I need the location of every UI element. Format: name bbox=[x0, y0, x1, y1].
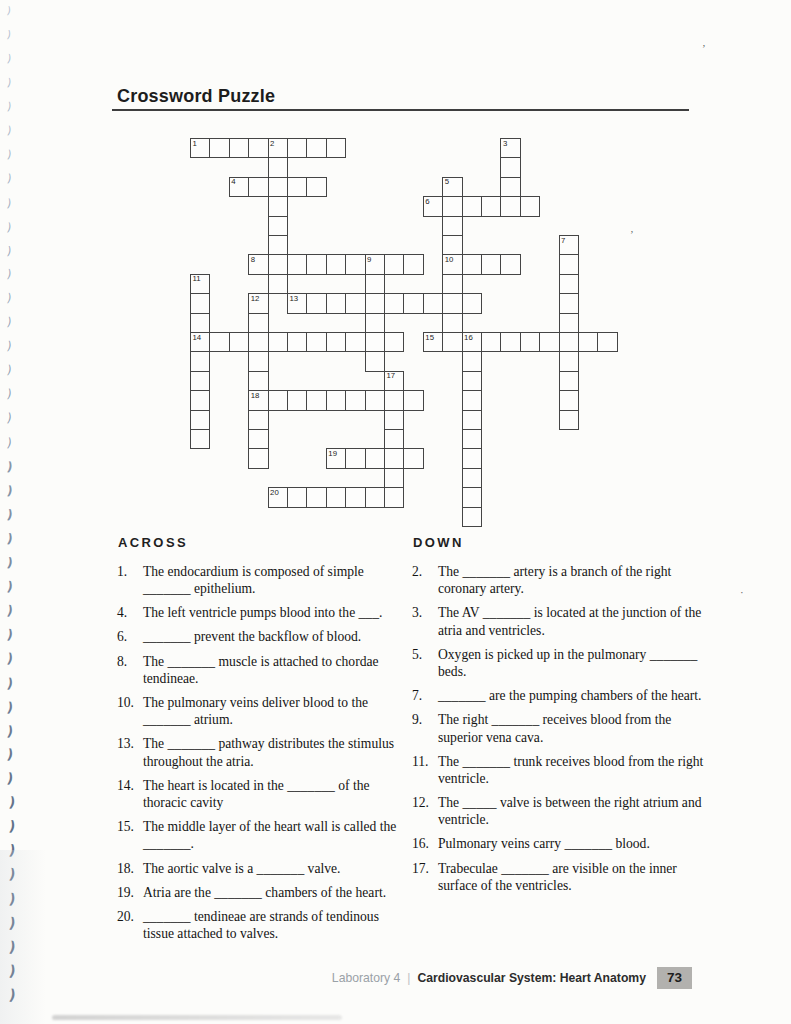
grid-cell-r5c4[interactable] bbox=[268, 235, 288, 255]
grid-cell-r3c15[interactable] bbox=[481, 196, 501, 216]
grid-cell-r9c3[interactable] bbox=[248, 313, 268, 333]
scan-speck: · bbox=[740, 586, 744, 598]
down-clue-3: 3.The AV _______ is located at the junct… bbox=[412, 604, 709, 639]
clue-number-10: 10 bbox=[445, 255, 454, 264]
grid-cell-r8c9[interactable] bbox=[365, 293, 385, 313]
binding-coil-mark: ) bbox=[6, 171, 12, 184]
grid-cell-r9c0[interactable] bbox=[190, 313, 210, 333]
clue-num-label: 18. bbox=[117, 860, 143, 877]
grid-cell-r9c19[interactable] bbox=[559, 313, 579, 333]
grid-cell-r10c12[interactable]: 15 bbox=[423, 332, 443, 352]
clue-number-11: 11 bbox=[193, 274, 201, 283]
grid-cell-r13c3[interactable]: 18 bbox=[248, 390, 268, 410]
grid-cell-r1c4[interactable] bbox=[268, 157, 288, 177]
grid-cell-r18c14[interactable] bbox=[462, 487, 482, 507]
grid-cell-r13c7[interactable] bbox=[326, 390, 346, 410]
grid-cell-r0c4[interactable]: 2 bbox=[268, 138, 288, 158]
down-clue-16: 16.Pulmonary veins carry _______ blood. bbox=[412, 835, 709, 852]
grid-cell-r0c5[interactable] bbox=[287, 138, 307, 158]
grid-cell-r16c10[interactable] bbox=[384, 448, 404, 468]
grid-cell-r0c0[interactable]: 1 bbox=[190, 138, 210, 158]
binding-coil-mark: ) bbox=[6, 124, 12, 137]
clue-text: _______ are the pumping chambers of the … bbox=[438, 687, 709, 704]
grid-cell-r2c4[interactable] bbox=[268, 177, 288, 197]
across-clue-1: 1.The endocardium is composed of simple … bbox=[117, 563, 397, 598]
grid-cell-r6c7[interactable] bbox=[326, 254, 346, 274]
binding-coil-mark: ) bbox=[6, 507, 14, 523]
clue-num-label: 3. bbox=[412, 604, 438, 639]
grid-cell-r10c1[interactable] bbox=[209, 332, 229, 352]
grid-cell-r2c13[interactable]: 5 bbox=[442, 177, 462, 197]
binding-coil-mark: ) bbox=[6, 267, 12, 281]
grid-cell-r5c19[interactable]: 7 bbox=[559, 235, 579, 255]
grid-cell-r6c19[interactable] bbox=[559, 254, 579, 274]
clue-num-label: 1. bbox=[117, 563, 143, 598]
grid-cell-r13c6[interactable] bbox=[306, 390, 326, 410]
clue-number-16: 16 bbox=[464, 333, 473, 342]
grid-cell-r12c19[interactable] bbox=[559, 371, 579, 391]
grid-cell-r16c7[interactable]: 19 bbox=[326, 448, 346, 468]
grid-cell-r10c9[interactable] bbox=[365, 332, 385, 352]
grid-cell-r6c9[interactable]: 9 bbox=[365, 254, 385, 274]
clue-num-label: 19. bbox=[117, 884, 143, 901]
clue-text: Oxygen is picked up in the pulmonary ___… bbox=[438, 646, 709, 681]
grid-cell-r3c17[interactable] bbox=[520, 196, 540, 216]
footer-lab-label: Laboratory 4 bbox=[332, 971, 400, 985]
grid-cell-r17c14[interactable] bbox=[462, 468, 482, 488]
grid-cell-r18c4[interactable]: 20 bbox=[268, 487, 288, 507]
grid-cell-r3c13[interactable] bbox=[442, 196, 462, 216]
grid-cell-r6c16[interactable] bbox=[500, 254, 520, 274]
grid-cell-r6c8[interactable] bbox=[345, 254, 365, 274]
grid-cell-r7c4[interactable] bbox=[268, 274, 288, 294]
scanned-workbook-page: ))))))))))))))))))))))))))))))))))))))))… bbox=[0, 0, 791, 1024]
binding-coil-mark: ) bbox=[6, 722, 14, 739]
clue-text: The aortic valve is a _______ valve. bbox=[143, 860, 397, 877]
clue-text: The _______ trunk receives blood from th… bbox=[438, 753, 709, 788]
clue-text: The right _______ receives blood from th… bbox=[438, 711, 709, 746]
grid-cell-r2c3[interactable] bbox=[248, 177, 268, 197]
clue-num-label: 11. bbox=[412, 753, 438, 788]
grid-cell-r16c3[interactable] bbox=[248, 448, 268, 468]
binding-coil-mark: ) bbox=[6, 387, 13, 402]
grid-cell-r13c10[interactable] bbox=[384, 390, 404, 410]
clue-text: The middle layer of the heart wall is ca… bbox=[143, 818, 397, 853]
footer-chapter-title: Cardiovascular System: Heart Anatomy bbox=[417, 971, 646, 985]
binding-coil-mark: ) bbox=[6, 243, 12, 257]
grid-cell-r10c19[interactable] bbox=[559, 332, 579, 352]
grid-cell-r9c9[interactable] bbox=[365, 313, 385, 333]
grid-cell-r13c8[interactable] bbox=[345, 390, 365, 410]
clue-number-5: 5 bbox=[445, 177, 449, 186]
clue-number-6: 6 bbox=[425, 197, 429, 206]
binding-coil-mark: ) bbox=[6, 411, 13, 426]
grid-cell-r14c10[interactable] bbox=[384, 410, 404, 430]
grid-cell-r6c14[interactable] bbox=[462, 254, 482, 274]
grid-cell-r10c5[interactable] bbox=[287, 332, 307, 352]
grid-cell-r10c15[interactable] bbox=[481, 332, 501, 352]
binding-coil-mark: ) bbox=[6, 770, 14, 787]
grid-cell-r16c11[interactable] bbox=[403, 448, 423, 468]
grid-cell-r8c10[interactable] bbox=[384, 293, 404, 313]
grid-cell-r10c3[interactable] bbox=[248, 332, 268, 352]
grid-cell-r0c3[interactable] bbox=[248, 138, 268, 158]
across-clue-18: 18.The aortic valve is a _______ valve. bbox=[117, 860, 397, 877]
grid-cell-r5c13[interactable] bbox=[442, 235, 462, 255]
across-clue-20: 20._______ tendineae are strands of tend… bbox=[117, 908, 397, 943]
down-clue-5: 5.Oxygen is picked up in the pulmonary _… bbox=[412, 646, 709, 681]
binding-coil-mark: ) bbox=[6, 363, 12, 378]
clue-number-1: 1 bbox=[193, 139, 197, 148]
grid-cell-r3c12[interactable]: 6 bbox=[423, 196, 443, 216]
clue-text: The left ventricle pumps blood into the … bbox=[143, 604, 397, 621]
clue-number-17: 17 bbox=[387, 371, 396, 380]
binding-coil-mark: ) bbox=[6, 746, 14, 763]
grid-cell-r18c8[interactable] bbox=[345, 487, 365, 507]
grid-cell-r12c0[interactable] bbox=[190, 371, 210, 391]
grid-cell-r11c3[interactable] bbox=[248, 351, 268, 371]
clue-number-18: 18 bbox=[251, 391, 260, 400]
grid-cell-r2c2[interactable]: 4 bbox=[229, 177, 249, 197]
grid-cell-r18c9[interactable] bbox=[365, 487, 385, 507]
down-clue-12: 12.The _____ valve is between the right … bbox=[412, 794, 709, 829]
grid-cell-r15c14[interactable] bbox=[462, 429, 482, 449]
clue-number-19: 19 bbox=[328, 449, 337, 458]
down-clues-section: DOWN 2.The _______ artery is a branch of… bbox=[412, 535, 709, 901]
clue-num-label: 8. bbox=[117, 653, 143, 688]
clue-num-label: 12. bbox=[412, 794, 438, 829]
grid-cell-r6c13[interactable]: 10 bbox=[442, 254, 462, 274]
binding-coil-mark: ) bbox=[6, 698, 14, 715]
binding-coil-mark: ) bbox=[6, 219, 12, 233]
clue-text: The _______ pathway distributes the stim… bbox=[143, 735, 397, 770]
grid-cell-r8c8[interactable] bbox=[345, 293, 365, 313]
grid-cell-r10c7[interactable] bbox=[326, 332, 346, 352]
grid-cell-r3c16[interactable] bbox=[500, 196, 520, 216]
binding-coil-mark: ) bbox=[6, 4, 12, 16]
binding-coil-mark: ) bbox=[8, 794, 16, 811]
scan-smudge-bottom bbox=[52, 1015, 342, 1020]
grid-cell-r0c16[interactable]: 3 bbox=[500, 138, 520, 158]
clue-text: The _______ artery is a branch of the ri… bbox=[438, 563, 709, 598]
grid-cell-r15c3[interactable] bbox=[248, 429, 268, 449]
clue-num-label: 17. bbox=[412, 860, 438, 895]
grid-cell-r14c0[interactable] bbox=[190, 410, 210, 430]
down-clue-list: 2.The _______ artery is a branch of the … bbox=[412, 563, 709, 894]
grid-cell-r10c2[interactable] bbox=[229, 332, 249, 352]
across-clues-section: ACROSS 1.The endocardium is composed of … bbox=[117, 535, 397, 949]
binding-coil-mark: ) bbox=[6, 602, 14, 618]
grid-cell-r14c14[interactable] bbox=[462, 410, 482, 430]
down-heading: DOWN bbox=[413, 535, 709, 550]
binding-coil-mark: ) bbox=[6, 578, 14, 594]
binding-coil-mark: ) bbox=[6, 483, 14, 499]
grid-cell-r8c14[interactable] bbox=[462, 293, 482, 313]
grid-cell-r1c16[interactable] bbox=[500, 157, 520, 177]
clue-num-label: 6. bbox=[117, 628, 143, 645]
grid-cell-r8c0[interactable] bbox=[190, 293, 210, 313]
grid-cell-r2c5[interactable] bbox=[287, 177, 307, 197]
grid-cell-r8c6[interactable] bbox=[306, 293, 326, 313]
binding-coil-mark: ) bbox=[6, 531, 14, 547]
binding-coil-mark: ) bbox=[6, 28, 12, 40]
clue-num-label: 4. bbox=[117, 604, 143, 621]
grid-cell-r16c8[interactable] bbox=[345, 448, 365, 468]
down-clue-11: 11.The _______ trunk receives blood from… bbox=[412, 753, 709, 788]
grid-cell-r8c19[interactable] bbox=[559, 293, 579, 313]
clue-text: The _______ muscle is attached to chorda… bbox=[143, 653, 397, 688]
across-clue-8: 8.The _______ muscle is attached to chor… bbox=[117, 653, 397, 688]
grid-cell-r8c12[interactable] bbox=[423, 293, 443, 313]
grid-cell-r2c16[interactable] bbox=[500, 177, 520, 197]
clue-number-15: 15 bbox=[425, 333, 434, 342]
grid-cell-r15c10[interactable] bbox=[384, 429, 404, 449]
binding-coil-mark: ) bbox=[6, 147, 12, 160]
grid-cell-r10c14[interactable]: 16 bbox=[462, 332, 482, 352]
grid-cell-r13c9[interactable] bbox=[365, 390, 385, 410]
clue-num-label: 14. bbox=[117, 777, 143, 812]
grid-cell-r0c6[interactable] bbox=[306, 138, 326, 158]
clue-num-label: 10. bbox=[117, 694, 143, 729]
grid-cell-r13c14[interactable] bbox=[462, 390, 482, 410]
grid-cell-r19c14[interactable] bbox=[462, 507, 482, 527]
grid-cell-r2c6[interactable] bbox=[306, 177, 326, 197]
grid-cell-r10c17[interactable] bbox=[520, 332, 540, 352]
clue-number-13: 13 bbox=[290, 294, 299, 303]
grid-cell-r0c7[interactable] bbox=[326, 138, 346, 158]
clue-number-8: 8 bbox=[251, 255, 255, 264]
grid-cell-r7c13[interactable] bbox=[442, 274, 462, 294]
grid-cell-r14c19[interactable] bbox=[559, 410, 579, 430]
grid-cell-r10c8[interactable] bbox=[345, 332, 365, 352]
grid-cell-r6c4[interactable] bbox=[268, 254, 288, 274]
grid-cell-r8c13[interactable] bbox=[442, 293, 462, 313]
clue-text: The endocardium is composed of simple __… bbox=[143, 563, 397, 598]
binding-coil-mark: ) bbox=[6, 459, 14, 475]
clue-num-label: 5. bbox=[412, 646, 438, 681]
across-clue-15: 15.The middle layer of the heart wall is… bbox=[117, 818, 397, 853]
binding-coil-mark: ) bbox=[6, 76, 12, 89]
grid-cell-r0c2[interactable] bbox=[229, 138, 249, 158]
grid-cell-r3c14[interactable] bbox=[462, 196, 482, 216]
grid-cell-r0c1[interactable] bbox=[209, 138, 229, 158]
down-clue-2: 2.The _______ artery is a branch of the … bbox=[412, 563, 709, 598]
clue-text: The pulmonary veins deliver blood to the… bbox=[143, 694, 397, 729]
grid-cell-r13c11[interactable] bbox=[403, 390, 423, 410]
clue-text: The AV _______ is located at the junctio… bbox=[438, 604, 709, 639]
grid-cell-r7c9[interactable] bbox=[365, 274, 385, 294]
binding-coil-mark: ) bbox=[6, 195, 12, 209]
clue-num-label: 20. bbox=[117, 908, 143, 943]
clue-text: The heart is located in the _______ of t… bbox=[143, 777, 397, 812]
binding-coil-mark: ) bbox=[6, 291, 12, 305]
across-clue-6: 6._______ prevent the backflow of blood. bbox=[117, 628, 397, 645]
clue-number-20: 20 bbox=[270, 488, 279, 497]
scan-speck: ’ bbox=[630, 228, 634, 240]
grid-cell-r7c0[interactable]: 11 bbox=[190, 274, 210, 294]
clue-text: Trabeculae _______ are visible on the in… bbox=[438, 860, 709, 895]
clue-number-9: 9 bbox=[367, 255, 371, 264]
grid-cell-r7c19[interactable] bbox=[559, 274, 579, 294]
grid-cell-r4c4[interactable] bbox=[268, 216, 288, 236]
clue-num-label: 16. bbox=[412, 835, 438, 852]
clue-num-label: 2. bbox=[412, 563, 438, 598]
binding-coil-mark: ) bbox=[6, 626, 14, 642]
across-clue-14: 14.The heart is located in the _______ o… bbox=[117, 777, 397, 812]
grid-cell-r11c0[interactable] bbox=[190, 351, 210, 371]
grid-cell-r16c14[interactable] bbox=[462, 448, 482, 468]
page-title: Crossword Puzzle bbox=[117, 86, 275, 107]
grid-cell-r12c3[interactable] bbox=[248, 371, 268, 391]
grid-cell-r3c4[interactable] bbox=[268, 196, 288, 216]
page-number-badge: 73 bbox=[657, 967, 692, 989]
grid-cell-r12c14[interactable] bbox=[462, 371, 482, 391]
down-clue-9: 9.The right _______ receives blood from … bbox=[412, 711, 709, 746]
footer-divider: | bbox=[407, 971, 410, 985]
clue-number-12: 12 bbox=[251, 294, 260, 303]
binding-coil-mark: ) bbox=[8, 818, 16, 835]
binding-coil-mark: ) bbox=[6, 650, 14, 666]
binding-coil-mark: ) bbox=[6, 52, 12, 65]
grid-cell-r13c19[interactable] bbox=[559, 390, 579, 410]
grid-cell-r6c10[interactable] bbox=[384, 254, 404, 274]
grid-cell-r17c10[interactable] bbox=[384, 468, 404, 488]
grid-cell-r10c21[interactable] bbox=[597, 332, 617, 352]
grid-cell-r11c14[interactable] bbox=[462, 351, 482, 371]
grid-cell-r18c7[interactable] bbox=[326, 487, 346, 507]
grid-cell-r6c5[interactable] bbox=[287, 254, 307, 274]
grid-cell-r6c11[interactable] bbox=[403, 254, 423, 274]
grid-cell-r10c4[interactable] bbox=[268, 332, 288, 352]
grid-cell-r6c6[interactable] bbox=[306, 254, 326, 274]
grid-cell-r10c10[interactable] bbox=[384, 332, 404, 352]
down-clue-7: 7._______ are the pumping chambers of th… bbox=[412, 687, 709, 704]
clue-number-14: 14 bbox=[193, 333, 202, 342]
grid-cell-r18c5[interactable] bbox=[287, 487, 307, 507]
clue-number-2: 2 bbox=[270, 139, 274, 148]
grid-cell-r10c6[interactable] bbox=[306, 332, 326, 352]
scan-smudge-left bbox=[0, 850, 46, 1024]
across-heading: ACROSS bbox=[118, 535, 397, 550]
binding-coil-mark: ) bbox=[6, 435, 13, 451]
across-clue-13: 13.The _______ pathway distributes the s… bbox=[117, 735, 397, 770]
grid-cell-r6c15[interactable] bbox=[481, 254, 501, 274]
grid-cell-r13c0[interactable] bbox=[190, 390, 210, 410]
title-rule bbox=[112, 109, 689, 111]
binding-coil-mark: ) bbox=[6, 339, 12, 354]
across-clue-10: 10.The pulmonary veins deliver blood to … bbox=[117, 694, 397, 729]
grid-cell-r10c18[interactable] bbox=[539, 332, 559, 352]
clue-number-3: 3 bbox=[503, 139, 507, 148]
clue-num-label: 13. bbox=[117, 735, 143, 770]
grid-cell-r9c13[interactable] bbox=[442, 313, 462, 333]
grid-cell-r4c13[interactable] bbox=[442, 216, 462, 236]
grid-cell-r15c0[interactable] bbox=[190, 429, 210, 449]
grid-cell-r6c3[interactable]: 8 bbox=[248, 254, 268, 274]
clue-text: The _____ valve is between the right atr… bbox=[438, 794, 709, 829]
page-footer: Laboratory 4 | Cardiovascular System: He… bbox=[340, 967, 692, 989]
grid-cell-r18c6[interactable] bbox=[306, 487, 326, 507]
scan-speck: ’ bbox=[702, 42, 706, 54]
down-clue-17: 17.Trabeculae _______ are visible on the… bbox=[412, 860, 709, 895]
grid-cell-r10c0[interactable]: 14 bbox=[190, 332, 210, 352]
clue-text: Pulmonary veins carry _______ blood. bbox=[438, 835, 709, 852]
grid-cell-r13c4[interactable] bbox=[268, 390, 288, 410]
clue-text: Atria are the _______ chambers of the he… bbox=[143, 884, 397, 901]
across-clue-list: 1.The endocardium is composed of simple … bbox=[117, 563, 397, 942]
across-clue-4: 4.The left ventricle pumps blood into th… bbox=[117, 604, 397, 621]
clue-num-label: 9. bbox=[412, 711, 438, 746]
grid-cell-r8c5[interactable]: 13 bbox=[287, 293, 307, 313]
grid-cell-r11c9[interactable] bbox=[365, 351, 385, 371]
grid-cell-r16c9[interactable] bbox=[365, 448, 385, 468]
clue-number-7: 7 bbox=[561, 236, 565, 245]
grid-cell-r12c10[interactable]: 17 bbox=[384, 371, 404, 391]
binding-coil-mark: ) bbox=[6, 555, 14, 571]
clue-number-4: 4 bbox=[231, 177, 235, 186]
binding-coil-mark: ) bbox=[6, 315, 12, 329]
clue-text: _______ tendineae are strands of tendino… bbox=[143, 908, 397, 943]
binding-coil-mark: ) bbox=[6, 674, 14, 691]
across-clue-19: 19.Atria are the _______ chambers of the… bbox=[117, 884, 397, 901]
grid-cell-r14c3[interactable] bbox=[248, 410, 268, 430]
grid-cell-r8c3[interactable]: 12 bbox=[248, 293, 268, 313]
grid-cell-r13c5[interactable] bbox=[287, 390, 307, 410]
clue-num-label: 15. bbox=[117, 818, 143, 853]
clue-text: _______ prevent the backflow of blood. bbox=[143, 628, 397, 645]
grid-cell-r8c11[interactable] bbox=[403, 293, 423, 313]
crossword-grid: 1234567891011121314151617181920 bbox=[190, 138, 619, 528]
binding-coil-mark: ) bbox=[6, 100, 12, 113]
grid-cell-r18c10[interactable] bbox=[384, 487, 404, 507]
grid-cell-r11c19[interactable] bbox=[559, 351, 579, 371]
clue-num-label: 7. bbox=[412, 687, 438, 704]
grid-cell-r10c20[interactable] bbox=[578, 332, 598, 352]
grid-cell-r8c7[interactable] bbox=[326, 293, 346, 313]
grid-cell-r10c13[interactable] bbox=[442, 332, 462, 352]
grid-cell-r10c16[interactable] bbox=[500, 332, 520, 352]
